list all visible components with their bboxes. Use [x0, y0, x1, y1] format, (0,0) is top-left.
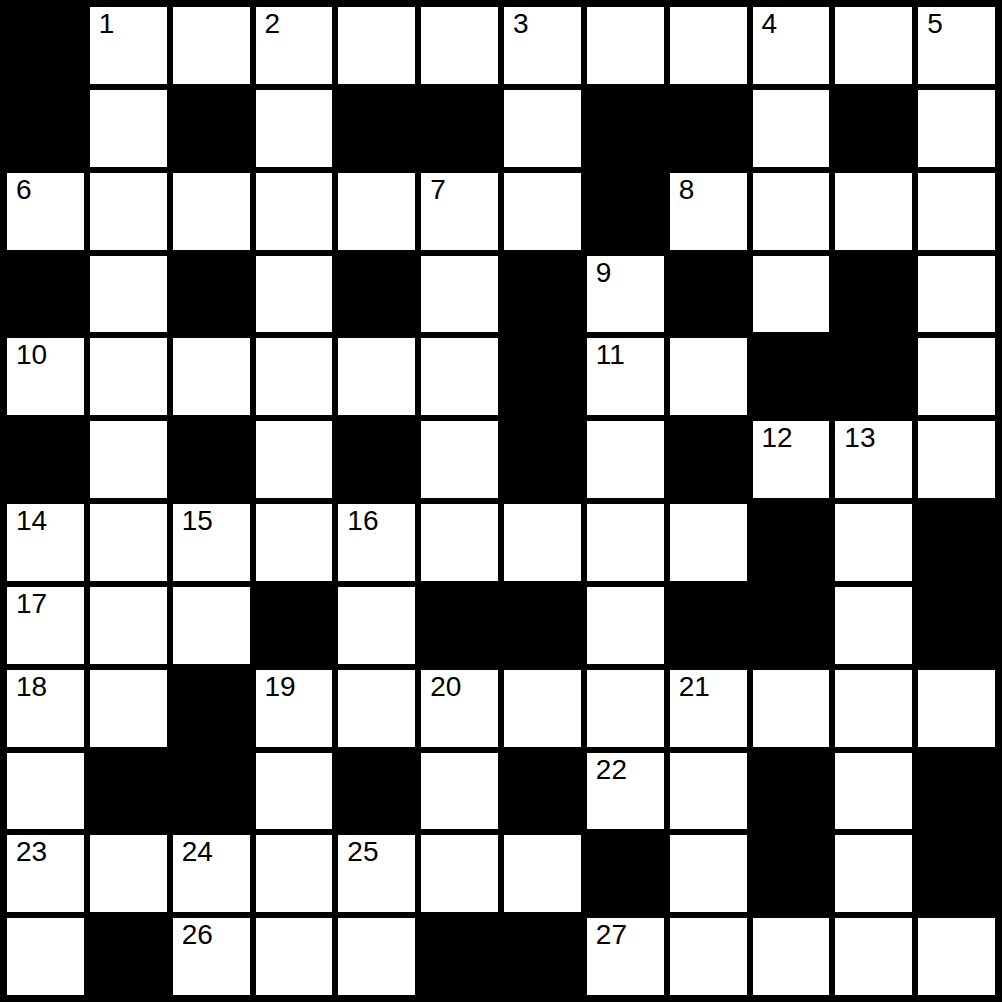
- crossword-board: 1234567891011121314151617181920212223242…: [0, 0, 1002, 1002]
- cell-r8c0[interactable]: 18: [7, 670, 84, 747]
- cell-r1c7: [587, 90, 664, 167]
- cell-r1c6[interactable]: [504, 90, 581, 167]
- cell-r5c0: [7, 421, 84, 498]
- cell-r10c4[interactable]: 25: [338, 835, 415, 912]
- cell-r9c8[interactable]: [670, 753, 747, 830]
- cell-r1c5: [421, 90, 498, 167]
- cell-r3c5[interactable]: [421, 256, 498, 333]
- clue-number-6: 6: [16, 174, 32, 206]
- cell-r8c10[interactable]: [835, 670, 912, 747]
- cell-r5c10[interactable]: 13: [835, 421, 912, 498]
- cell-r3c0: [7, 256, 84, 333]
- cell-r3c1[interactable]: [90, 256, 167, 333]
- cell-r8c11[interactable]: [918, 670, 995, 747]
- cell-r3c7[interactable]: 9: [587, 256, 664, 333]
- cell-r2c2[interactable]: [173, 173, 250, 250]
- clue-number-19: 19: [265, 671, 296, 703]
- cell-r9c1: [90, 753, 167, 830]
- cell-r11c4[interactable]: [338, 918, 415, 995]
- cell-r10c6[interactable]: [504, 835, 581, 912]
- cell-r10c5[interactable]: [421, 835, 498, 912]
- cell-r5c1[interactable]: [90, 421, 167, 498]
- cell-r1c9[interactable]: [753, 90, 830, 167]
- cell-r1c0: [7, 90, 84, 167]
- cell-r11c3[interactable]: [256, 918, 333, 995]
- cell-r5c3[interactable]: [256, 421, 333, 498]
- clue-number-15: 15: [182, 505, 213, 537]
- cell-r4c8[interactable]: [670, 338, 747, 415]
- cell-r11c10[interactable]: [835, 918, 912, 995]
- cell-r5c5[interactable]: [421, 421, 498, 498]
- cell-r2c5[interactable]: 7: [421, 173, 498, 250]
- cell-r11c9[interactable]: [753, 918, 830, 995]
- clue-number-5: 5: [927, 8, 943, 40]
- clue-number-8: 8: [679, 174, 695, 206]
- cell-r0c9[interactable]: 4: [753, 7, 830, 84]
- cell-r8c6[interactable]: [504, 670, 581, 747]
- cell-r11c2[interactable]: 26: [173, 918, 250, 995]
- cell-r10c2[interactable]: 24: [173, 835, 250, 912]
- clue-number-11: 11: [596, 339, 625, 371]
- cell-r2c11[interactable]: [918, 173, 995, 250]
- cell-r6c6[interactable]: [504, 504, 581, 581]
- cell-r4c2[interactable]: [173, 338, 250, 415]
- clue-number-18: 18: [16, 671, 47, 703]
- cell-r11c0[interactable]: [7, 918, 84, 995]
- cell-r6c8[interactable]: [670, 504, 747, 581]
- cell-r10c3[interactable]: [256, 835, 333, 912]
- cell-r3c3[interactable]: [256, 256, 333, 333]
- clue-number-21: 21: [679, 671, 710, 703]
- cell-r10c9: [753, 835, 830, 912]
- clue-number-1: 1: [99, 8, 115, 40]
- clue-number-12: 12: [762, 422, 793, 454]
- cell-r6c9: [753, 504, 830, 581]
- cell-r9c2: [173, 753, 250, 830]
- clue-number-24: 24: [182, 836, 213, 868]
- cell-r3c11[interactable]: [918, 256, 995, 333]
- cell-r11c5: [421, 918, 498, 995]
- cell-r1c10: [835, 90, 912, 167]
- clue-number-13: 13: [844, 422, 875, 454]
- cell-r5c7[interactable]: [587, 421, 664, 498]
- cell-r9c10[interactable]: [835, 753, 912, 830]
- cell-r8c3[interactable]: 19: [256, 670, 333, 747]
- clue-number-25: 25: [347, 836, 378, 868]
- cell-r6c4[interactable]: 16: [338, 504, 415, 581]
- cell-r4c10: [835, 338, 912, 415]
- clue-number-4: 4: [762, 8, 778, 40]
- cell-r9c0[interactable]: [7, 753, 84, 830]
- cell-r8c4[interactable]: [338, 670, 415, 747]
- cell-r4c9: [753, 338, 830, 415]
- cell-r6c10[interactable]: [835, 504, 912, 581]
- cell-r2c7: [587, 173, 664, 250]
- clue-number-20: 20: [430, 671, 461, 703]
- cell-r4c11[interactable]: [918, 338, 995, 415]
- cell-r8c9[interactable]: [753, 670, 830, 747]
- cell-r7c1[interactable]: [90, 587, 167, 664]
- cell-r7c6: [504, 587, 581, 664]
- cell-r0c11[interactable]: 5: [918, 7, 995, 84]
- cell-r7c0[interactable]: 17: [7, 587, 84, 664]
- cell-r2c3[interactable]: [256, 173, 333, 250]
- cell-r9c6: [504, 753, 581, 830]
- cell-r2c6[interactable]: [504, 173, 581, 250]
- cell-r3c8: [670, 256, 747, 333]
- cell-r1c4: [338, 90, 415, 167]
- cell-r11c6: [504, 918, 581, 995]
- cell-r9c11: [918, 753, 995, 830]
- cell-r6c3[interactable]: [256, 504, 333, 581]
- cell-r7c2[interactable]: [173, 587, 250, 664]
- cell-r2c1[interactable]: [90, 173, 167, 250]
- clue-number-9: 9: [596, 257, 612, 289]
- cell-r0c8[interactable]: [670, 7, 747, 84]
- cell-r2c4[interactable]: [338, 173, 415, 250]
- cell-r7c8: [670, 587, 747, 664]
- cell-r1c3[interactable]: [256, 90, 333, 167]
- clue-number-3: 3: [513, 8, 529, 40]
- cell-r4c4[interactable]: [338, 338, 415, 415]
- cell-r5c11[interactable]: [918, 421, 995, 498]
- cell-r8c1[interactable]: [90, 670, 167, 747]
- cell-r3c6: [504, 256, 581, 333]
- cell-r0c6[interactable]: 3: [504, 7, 581, 84]
- cell-r8c8[interactable]: 21: [670, 670, 747, 747]
- cell-r7c5: [421, 587, 498, 664]
- cell-r1c11[interactable]: [918, 90, 995, 167]
- cell-r9c9: [753, 753, 830, 830]
- cell-r11c1: [90, 918, 167, 995]
- cell-r9c3[interactable]: [256, 753, 333, 830]
- cell-r0c5[interactable]: [421, 7, 498, 84]
- cell-r6c5[interactable]: [421, 504, 498, 581]
- cell-r3c2: [173, 256, 250, 333]
- cell-r9c7[interactable]: 22: [587, 753, 664, 830]
- cell-r2c0[interactable]: 6: [7, 173, 84, 250]
- cell-r4c6: [504, 338, 581, 415]
- cell-r5c2: [173, 421, 250, 498]
- cell-r9c4: [338, 753, 415, 830]
- cell-r6c0[interactable]: 14: [7, 504, 84, 581]
- cell-r7c11: [918, 587, 995, 664]
- cell-r8c5[interactable]: 20: [421, 670, 498, 747]
- clue-number-16: 16: [347, 505, 378, 537]
- cell-r4c5[interactable]: [421, 338, 498, 415]
- cell-r1c1[interactable]: [90, 90, 167, 167]
- cell-r4c3[interactable]: [256, 338, 333, 415]
- cell-r2c9[interactable]: [753, 173, 830, 250]
- cell-r5c4: [338, 421, 415, 498]
- clue-number-23: 23: [16, 836, 47, 868]
- cell-r8c7[interactable]: [587, 670, 664, 747]
- cell-r5c8: [670, 421, 747, 498]
- cell-r11c11[interactable]: [918, 918, 995, 995]
- cell-r8c2: [173, 670, 250, 747]
- cell-r3c10: [835, 256, 912, 333]
- cell-r1c2: [173, 90, 250, 167]
- cell-r3c4: [338, 256, 415, 333]
- cell-r1c8: [670, 90, 747, 167]
- cell-r7c9: [753, 587, 830, 664]
- cell-r4c0[interactable]: 10: [7, 338, 84, 415]
- clue-number-27: 27: [596, 919, 627, 951]
- cell-r7c3: [256, 587, 333, 664]
- clue-number-26: 26: [182, 919, 213, 951]
- cell-r0c0: [7, 7, 84, 84]
- cell-r10c1[interactable]: [90, 835, 167, 912]
- cell-r10c11: [918, 835, 995, 912]
- cell-r0c4[interactable]: [338, 7, 415, 84]
- clue-number-10: 10: [16, 339, 47, 371]
- cell-r6c11: [918, 504, 995, 581]
- cell-r7c7[interactable]: [587, 587, 664, 664]
- cell-r2c8[interactable]: 8: [670, 173, 747, 250]
- cell-r0c2[interactable]: [173, 7, 250, 84]
- cell-r0c10[interactable]: [835, 7, 912, 84]
- clue-number-22: 22: [596, 754, 627, 786]
- clue-number-14: 14: [16, 505, 47, 537]
- cell-r9c5[interactable]: [421, 753, 498, 830]
- cell-r4c1[interactable]: [90, 338, 167, 415]
- cell-r4c7[interactable]: 11: [587, 338, 664, 415]
- cell-r0c1[interactable]: 1: [90, 7, 167, 84]
- cell-r0c7[interactable]: [587, 7, 664, 84]
- cell-r7c10[interactable]: [835, 587, 912, 664]
- cell-r10c10[interactable]: [835, 835, 912, 912]
- cell-r5c6: [504, 421, 581, 498]
- clue-number-17: 17: [16, 588, 47, 620]
- cell-r10c0[interactable]: 23: [7, 835, 84, 912]
- cell-r3c9[interactable]: [753, 256, 830, 333]
- cell-r6c2[interactable]: 15: [173, 504, 250, 581]
- cell-r0c3[interactable]: 2: [256, 7, 333, 84]
- cell-r10c8[interactable]: [670, 835, 747, 912]
- cell-r11c8[interactable]: [670, 918, 747, 995]
- cell-r6c7[interactable]: [587, 504, 664, 581]
- cell-r5c9[interactable]: 12: [753, 421, 830, 498]
- cell-r2c10[interactable]: [835, 173, 912, 250]
- cell-r11c7[interactable]: 27: [587, 918, 664, 995]
- cell-r10c7: [587, 835, 664, 912]
- cell-r7c4[interactable]: [338, 587, 415, 664]
- clue-number-7: 7: [430, 174, 446, 206]
- cell-r6c1[interactable]: [90, 504, 167, 581]
- clue-number-2: 2: [265, 8, 281, 40]
